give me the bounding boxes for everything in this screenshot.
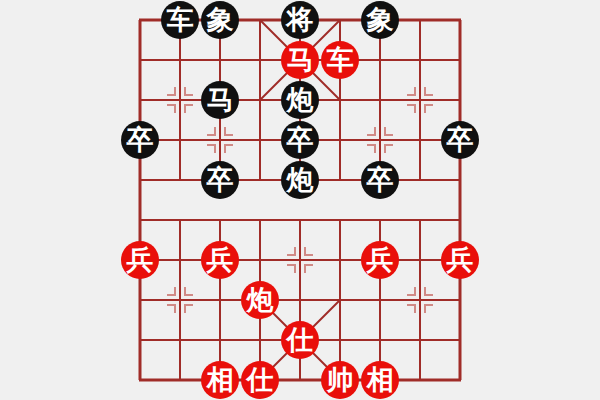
piece-red-advisor[interactable]: 仕 — [281, 321, 319, 359]
piece-red-soldier[interactable]: 兵 — [201, 241, 239, 279]
piece-black-horse[interactable]: 马 — [201, 81, 239, 119]
piece-black-general[interactable]: 将 — [281, 1, 319, 39]
piece-red-advisor[interactable]: 仕 — [241, 361, 279, 399]
piece-red-soldier[interactable]: 兵 — [361, 241, 399, 279]
piece-red-soldier[interactable]: 兵 — [441, 241, 479, 279]
piece-black-chariot[interactable]: 车 — [161, 1, 199, 39]
piece-black-soldier[interactable]: 卒 — [281, 121, 319, 159]
piece-red-cannon[interactable]: 炮 — [241, 281, 279, 319]
piece-black-cannon[interactable]: 炮 — [281, 161, 319, 199]
piece-red-chariot[interactable]: 车 — [321, 41, 359, 79]
piece-red-general[interactable]: 帅 — [321, 361, 359, 399]
piece-black-soldier[interactable]: 卒 — [121, 121, 159, 159]
piece-black-elephant[interactable]: 象 — [201, 1, 239, 39]
piece-black-elephant[interactable]: 象 — [361, 1, 399, 39]
piece-red-horse[interactable]: 马 — [281, 41, 319, 79]
piece-red-elephant[interactable]: 相 — [201, 361, 239, 399]
piece-black-soldier[interactable]: 卒 — [361, 161, 399, 199]
piece-red-soldier[interactable]: 兵 — [121, 241, 159, 279]
xiangqi-app: 车象将象马车马炮卒卒卒卒炮卒兵兵兵兵炮仕相仕帅相 — [0, 0, 600, 400]
piece-black-soldier[interactable]: 卒 — [441, 121, 479, 159]
piece-black-cannon[interactable]: 炮 — [281, 81, 319, 119]
piece-red-elephant[interactable]: 相 — [361, 361, 399, 399]
pieces-layer: 车象将象马车马炮卒卒卒卒炮卒兵兵兵兵炮仕相仕帅相 — [0, 0, 600, 400]
piece-black-soldier[interactable]: 卒 — [201, 161, 239, 199]
